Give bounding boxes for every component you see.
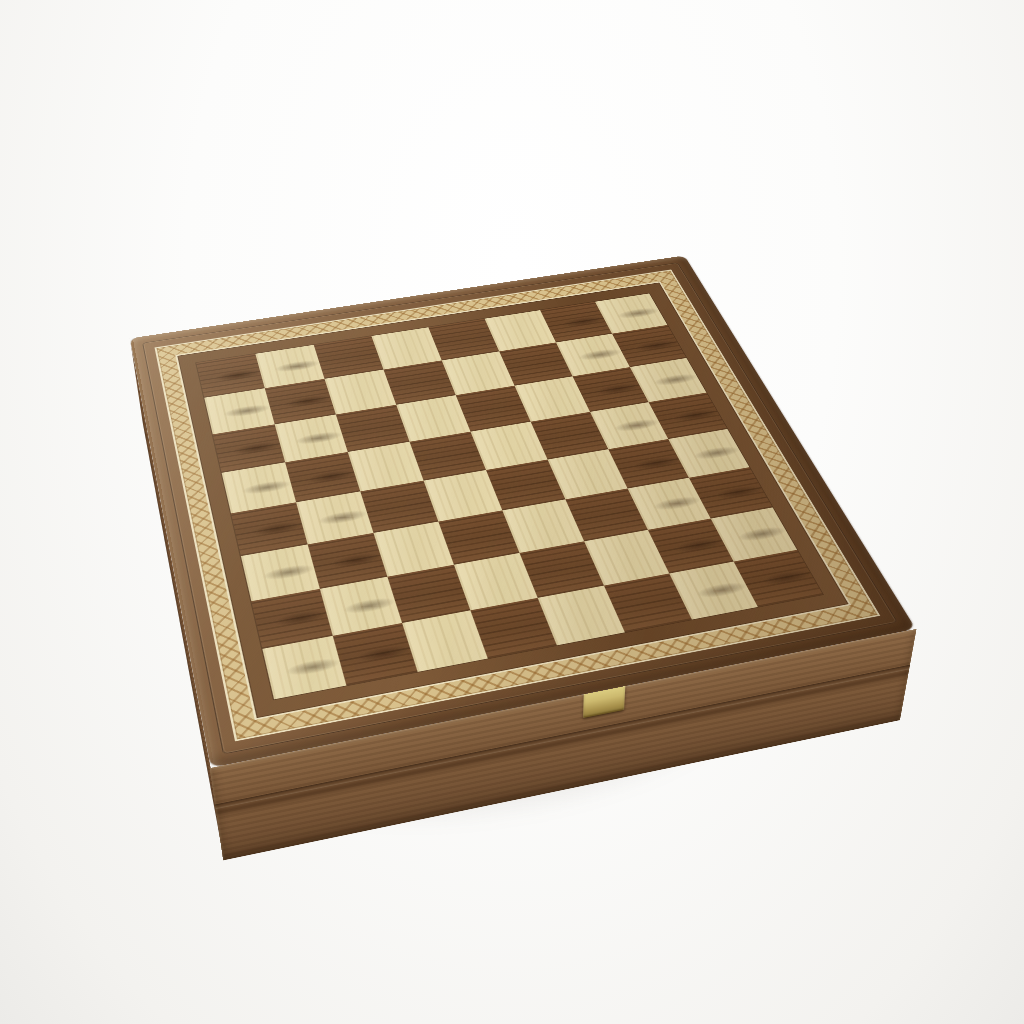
chess-box: ♜♞♝♛♚♝♞♜♟♟♟♟♟♟♟♟♟♟♟♟♟♟♟♟♜♞♝♛♚♝♞♜	[130, 255, 916, 767]
brass-clasp-icon[interactable]	[583, 684, 625, 718]
black-rook-icon: ♜	[232, 599, 376, 671]
scene: ♜♞♝♛♚♝♞♜♟♟♟♟♟♟♟♟♟♟♟♟♟♟♟♟♜♞♝♛♚♝♞♜	[0, 0, 1024, 1024]
white-pawn-icon: ♟	[644, 536, 782, 594]
